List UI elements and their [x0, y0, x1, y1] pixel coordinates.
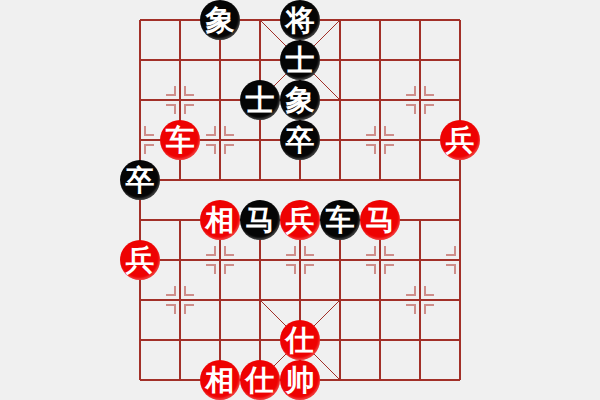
piece-red-chariot[interactable]: 车 [160, 120, 200, 160]
cell-f2r6[interactable] [200, 240, 240, 280]
cell-f4r5[interactable]: 兵 [280, 200, 320, 240]
cell-f0r8[interactable] [120, 320, 160, 360]
piece-red-advisor[interactable]: 仕 [240, 360, 280, 400]
cell-f2r4[interactable] [200, 160, 240, 200]
piece-black-elephant[interactable]: 象 [280, 80, 320, 120]
piece-red-soldier[interactable]: 兵 [440, 120, 480, 160]
piece-black-soldier[interactable]: 卒 [280, 120, 320, 160]
cell-f8r3[interactable]: 兵 [440, 120, 480, 160]
cell-f3r1[interactable] [240, 40, 280, 80]
cell-f8r0[interactable] [440, 0, 480, 40]
cell-f4r2[interactable]: 象 [280, 80, 320, 120]
cell-f2r5[interactable]: 相 [200, 200, 240, 240]
cell-f7r3[interactable] [400, 120, 440, 160]
cell-f4r7[interactable] [280, 280, 320, 320]
cell-f7r4[interactable] [400, 160, 440, 200]
piece-black-advisor[interactable]: 士 [280, 40, 320, 80]
piece-black-chariot[interactable]: 车 [320, 200, 360, 240]
cell-f0r2[interactable] [120, 80, 160, 120]
cell-f2r0[interactable]: 象 [200, 0, 240, 40]
cell-f5r3[interactable] [320, 120, 360, 160]
cell-f6r0[interactable] [360, 0, 400, 40]
cell-f6r7[interactable] [360, 280, 400, 320]
cell-f7r7[interactable] [400, 280, 440, 320]
cell-f2r2[interactable] [200, 80, 240, 120]
cell-f6r2[interactable] [360, 80, 400, 120]
cell-f6r1[interactable] [360, 40, 400, 80]
cell-f3r6[interactable] [240, 240, 280, 280]
cell-f8r2[interactable] [440, 80, 480, 120]
cell-f4r8[interactable]: 仕 [280, 320, 320, 360]
cell-f8r5[interactable] [440, 200, 480, 240]
cell-f0r6[interactable]: 兵 [120, 240, 160, 280]
piece-black-general[interactable]: 将 [280, 0, 320, 40]
cell-f8r4[interactable] [440, 160, 480, 200]
cell-f2r7[interactable] [200, 280, 240, 320]
piece-red-advisor[interactable]: 仕 [280, 320, 320, 360]
cell-f1r8[interactable] [160, 320, 200, 360]
cell-f1r1[interactable] [160, 40, 200, 80]
cell-f0r9[interactable] [120, 360, 160, 400]
cell-f6r4[interactable] [360, 160, 400, 200]
cell-f8r9[interactable] [440, 360, 480, 400]
cell-f4r6[interactable] [280, 240, 320, 280]
cell-f7r2[interactable] [400, 80, 440, 120]
cell-f3r3[interactable] [240, 120, 280, 160]
xiangqi-board: 象将士士象车卒兵卒相马兵车马兵仕相仕帅 [0, 0, 600, 400]
cell-f3r0[interactable] [240, 0, 280, 40]
cell-f4r3[interactable]: 卒 [280, 120, 320, 160]
cell-f7r5[interactable] [400, 200, 440, 240]
cell-f0r7[interactable] [120, 280, 160, 320]
cell-f5r6[interactable] [320, 240, 360, 280]
piece-black-soldier[interactable]: 卒 [120, 160, 160, 200]
cell-f5r7[interactable] [320, 280, 360, 320]
piece-red-soldier[interactable]: 兵 [280, 200, 320, 240]
cell-f4r0[interactable]: 将 [280, 0, 320, 40]
piece-red-elephant[interactable]: 相 [200, 200, 240, 240]
cell-f1r2[interactable] [160, 80, 200, 120]
cell-f5r9[interactable] [320, 360, 360, 400]
cell-f1r3[interactable]: 车 [160, 120, 200, 160]
cell-f1r9[interactable] [160, 360, 200, 400]
cell-f4r1[interactable]: 士 [280, 40, 320, 80]
cell-f5r4[interactable] [320, 160, 360, 200]
cell-f0r3[interactable] [120, 120, 160, 160]
cell-f7r9[interactable] [400, 360, 440, 400]
piece-red-elephant[interactable]: 相 [200, 360, 240, 400]
cell-f5r1[interactable] [320, 40, 360, 80]
cell-f7r1[interactable] [400, 40, 440, 80]
cell-f1r5[interactable] [160, 200, 200, 240]
cell-f6r6[interactable] [360, 240, 400, 280]
cell-f2r3[interactable] [200, 120, 240, 160]
piece-red-horse[interactable]: 马 [360, 200, 400, 240]
piece-black-advisor[interactable]: 士 [240, 80, 280, 120]
cell-f3r2[interactable]: 士 [240, 80, 280, 120]
cell-f3r9[interactable]: 仕 [240, 360, 280, 400]
cell-f3r8[interactable] [240, 320, 280, 360]
cell-f8r6[interactable] [440, 240, 480, 280]
cell-f5r8[interactable] [320, 320, 360, 360]
cell-f7r0[interactable] [400, 0, 440, 40]
cell-f4r4[interactable] [280, 160, 320, 200]
cell-f5r0[interactable] [320, 0, 360, 40]
cell-f1r7[interactable] [160, 280, 200, 320]
cell-f6r8[interactable] [360, 320, 400, 360]
cell-f4r9[interactable]: 帅 [280, 360, 320, 400]
cell-f7r6[interactable] [400, 240, 440, 280]
cell-f5r5[interactable]: 车 [320, 200, 360, 240]
cell-f7r8[interactable] [400, 320, 440, 360]
cell-f0r0[interactable] [120, 0, 160, 40]
cell-f1r4[interactable] [160, 160, 200, 200]
cell-f8r7[interactable] [440, 280, 480, 320]
cell-f2r9[interactable]: 相 [200, 360, 240, 400]
cell-f6r5[interactable]: 马 [360, 200, 400, 240]
piece-black-elephant[interactable]: 象 [200, 0, 240, 40]
cell-f2r1[interactable] [200, 40, 240, 80]
piece-red-king[interactable]: 帅 [280, 360, 320, 400]
cell-f1r6[interactable] [160, 240, 200, 280]
cell-f8r8[interactable] [440, 320, 480, 360]
cell-f6r3[interactable] [360, 120, 400, 160]
piece-black-horse[interactable]: 马 [240, 200, 280, 240]
cell-f3r5[interactable]: 马 [240, 200, 280, 240]
board-grid: 象将士士象车卒兵卒相马兵车马兵仕相仕帅 [120, 0, 480, 400]
piece-red-soldier[interactable]: 兵 [120, 240, 160, 280]
cell-f8r1[interactable] [440, 40, 480, 80]
cell-f6r9[interactable] [360, 360, 400, 400]
cell-f3r4[interactable] [240, 160, 280, 200]
cell-f0r1[interactable] [120, 40, 160, 80]
cell-f5r2[interactable] [320, 80, 360, 120]
cell-f2r8[interactable] [200, 320, 240, 360]
cell-f1r0[interactable] [160, 0, 200, 40]
cell-f0r5[interactable] [120, 200, 160, 240]
cell-f0r4[interactable]: 卒 [120, 160, 160, 200]
cell-f3r7[interactable] [240, 280, 280, 320]
